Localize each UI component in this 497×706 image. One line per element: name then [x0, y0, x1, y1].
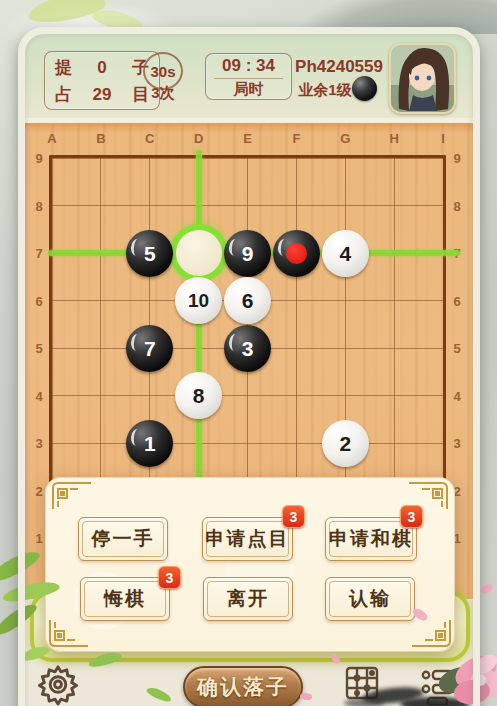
confirm-move-button[interactable]: 确认落子 — [183, 666, 303, 706]
leave-button[interactable]: 离开 — [203, 577, 293, 621]
dialog-corner-ornament — [50, 480, 92, 510]
settings-gear-icon[interactable] — [36, 663, 80, 706]
request-count-badge: 3 — [282, 505, 305, 528]
captures-line: 提 0 子 — [45, 54, 159, 81]
undo-badge: 3 — [158, 566, 181, 589]
resign-button-label: 认输 — [326, 578, 414, 620]
player-rank: 业余1级 — [293, 81, 357, 100]
capture-prefix: 提 — [55, 56, 72, 79]
request-count-button[interactable]: 申请点目 — [202, 517, 293, 561]
avatar-illustration — [391, 45, 454, 112]
resign-button[interactable]: 认输 — [325, 577, 415, 621]
flower-decoration — [428, 640, 497, 706]
request-draw-badge: 3 — [400, 505, 423, 528]
undo-button[interactable]: 悔棋 — [80, 577, 170, 621]
petal-decoration — [479, 583, 494, 595]
request-count-label: 申请点目 — [203, 518, 292, 560]
ink-smudge — [344, 698, 384, 706]
confirm-move-label: 确认落子 — [197, 673, 289, 701]
capture-value: 0 — [97, 58, 106, 78]
top-bar-edge — [25, 118, 473, 123]
go-app-screen: ABCDEFGHI9988776655443322115941067381224… — [0, 0, 497, 706]
territory-value: 29 — [93, 85, 112, 105]
player-name: Ph4240559 — [293, 57, 385, 77]
avatar[interactable] — [389, 43, 456, 114]
undo-button-label: 悔棋 — [81, 578, 169, 620]
mountain-silhouette — [300, 0, 497, 34]
pass-button-label: 停一手 — [79, 518, 167, 560]
territory-prefix: 占 — [55, 83, 72, 106]
pass-button[interactable]: 停一手 — [78, 517, 168, 561]
main-time-label: 局时 — [206, 79, 291, 98]
dialog-corner-ornament — [47, 619, 89, 649]
byoyomi-time: 30s — [150, 63, 175, 80]
black-stone-icon — [352, 76, 377, 101]
byoyomi-periods: 3次 — [141, 84, 185, 103]
leave-button-label: 离开 — [204, 578, 292, 620]
main-time: 09 : 34 — [206, 54, 291, 78]
main-time-box: 09 : 34 局时 — [205, 53, 292, 100]
